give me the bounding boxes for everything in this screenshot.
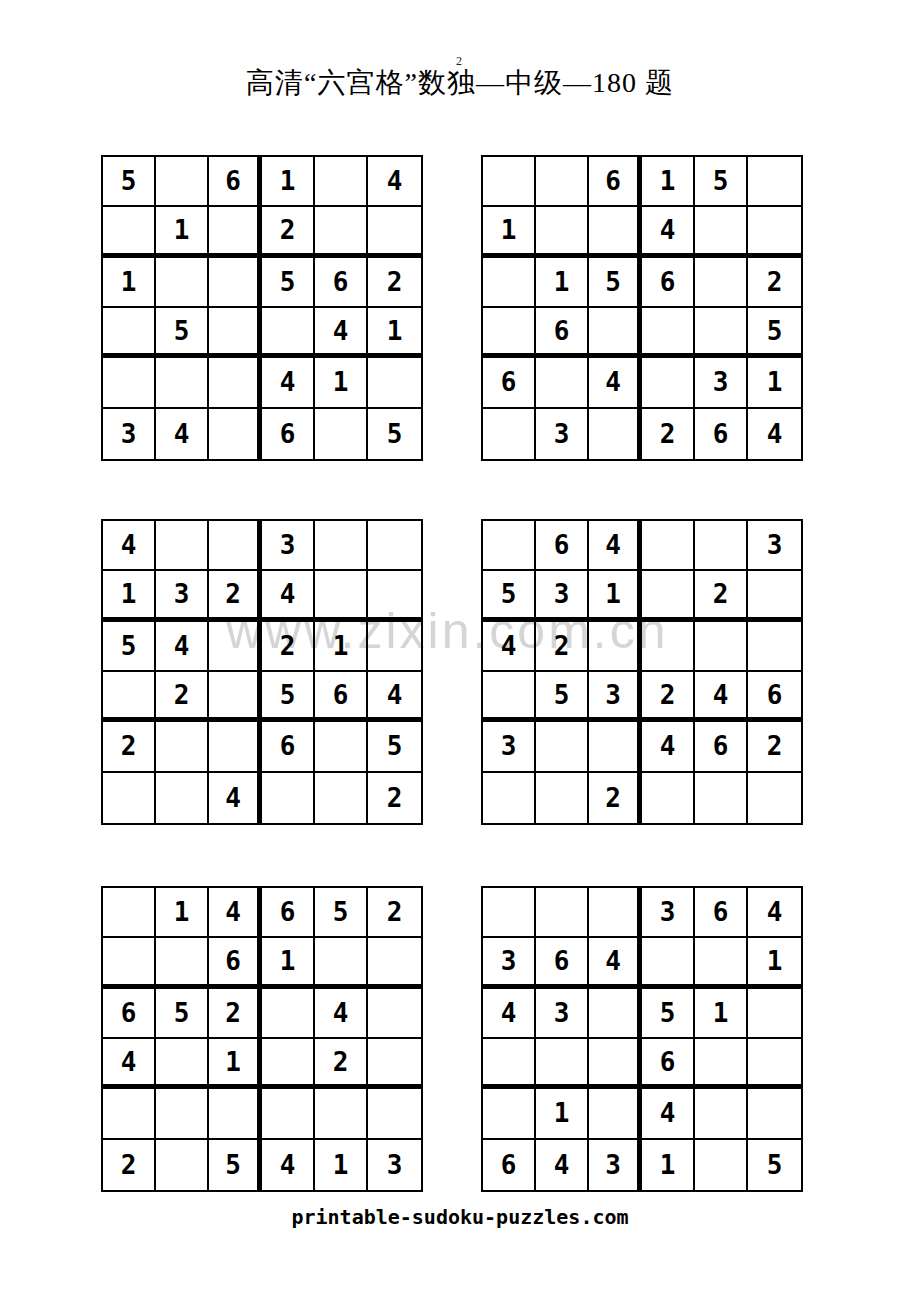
cell-r1c2 (536, 157, 589, 207)
given-digit: 1 (121, 269, 137, 295)
given-digit: 2 (174, 682, 190, 708)
cell-r6c5 (315, 409, 368, 459)
title-superscript-artifact: 2 (456, 54, 462, 69)
cell-r2c3 (209, 207, 262, 257)
cell-r6c4 (262, 773, 315, 823)
given-digit: 3 (660, 899, 676, 925)
cell-r2c2: 1 (156, 207, 209, 257)
cell-r4c3: 1 (209, 1039, 262, 1089)
cell-r5c2 (536, 358, 589, 408)
cell-r2c5 (315, 938, 368, 988)
cell-r5c2 (156, 1089, 209, 1139)
cell-r5c3: 4 (589, 358, 642, 408)
cell-r1c5: 5 (695, 157, 748, 207)
cell-r5c4 (642, 358, 695, 408)
cell-r5c5: 3 (695, 358, 748, 408)
cell-r6c6 (748, 773, 801, 823)
given-digit: 3 (501, 733, 517, 759)
given-digit: 2 (280, 217, 296, 243)
cell-r6c2: 3 (536, 409, 589, 459)
cell-r6c4: 4 (262, 1140, 315, 1190)
cell-r1c4: 1 (642, 157, 695, 207)
cell-r3c3: 2 (209, 989, 262, 1039)
cell-r5c5 (315, 1089, 368, 1139)
cell-r3c4 (262, 989, 315, 1039)
given-digit: 3 (501, 948, 517, 974)
cell-r5c1 (103, 358, 156, 408)
cell-r1c1 (483, 521, 536, 571)
given-digit: 1 (767, 369, 783, 395)
cell-r6c3: 5 (209, 1140, 262, 1190)
cell-r3c4 (642, 622, 695, 672)
given-digit: 5 (174, 1000, 190, 1026)
cell-r1c5 (315, 521, 368, 571)
cell-r6c4 (642, 773, 695, 823)
cell-r1c3: 6 (209, 157, 262, 207)
cell-r2c1: 5 (483, 571, 536, 621)
cell-r4c4 (262, 1039, 315, 1089)
sudoku-board-5: 1465261652441225413 (101, 886, 423, 1192)
cell-r4c4 (642, 308, 695, 358)
cell-r5c4: 4 (642, 1089, 695, 1139)
given-digit: 4 (174, 633, 190, 659)
cell-r2c2 (536, 207, 589, 257)
given-digit: 3 (767, 532, 783, 558)
cell-r4c3 (589, 308, 642, 358)
cell-r4c4: 5 (262, 672, 315, 722)
cell-r3c4: 5 (262, 258, 315, 308)
cell-r5c3 (589, 722, 642, 772)
given-digit: 2 (767, 269, 783, 295)
cell-r2c3 (589, 207, 642, 257)
page-title: 高清“六宫格”数独—中级—180 题 (0, 64, 920, 102)
cell-r2c2: 6 (536, 938, 589, 988)
sudoku-board-3: 4313245421256426542 (101, 519, 423, 825)
given-digit: 6 (280, 899, 296, 925)
cell-r6c5: 6 (695, 409, 748, 459)
cell-r1c2 (156, 157, 209, 207)
cell-r5c6: 2 (748, 722, 801, 772)
cell-r4c1 (483, 308, 536, 358)
cell-r1c6 (368, 521, 421, 571)
cell-r2c4: 4 (262, 571, 315, 621)
cell-r1c1: 4 (103, 521, 156, 571)
cell-r2c4: 4 (642, 207, 695, 257)
cell-r6c3: 3 (589, 1140, 642, 1190)
cell-r4c1: 4 (103, 1039, 156, 1089)
cell-r1c6 (748, 157, 801, 207)
sudoku-board-2: 6151415626564313264 (481, 155, 803, 461)
footer-site-name: printable-sudoku-puzzles.com (0, 1205, 920, 1229)
cell-r4c2 (156, 1039, 209, 1089)
cell-r4c1 (103, 308, 156, 358)
cell-r4c2 (536, 1039, 589, 1089)
cell-r6c5: 1 (315, 1140, 368, 1190)
cell-r1c2 (156, 521, 209, 571)
cell-r1c1 (103, 888, 156, 938)
cell-r2c1 (103, 938, 156, 988)
cell-r2c6 (368, 207, 421, 257)
cell-r3c5: 1 (695, 989, 748, 1039)
cell-r4c3: 3 (589, 672, 642, 722)
given-digit: 4 (767, 899, 783, 925)
cell-r3c2: 5 (156, 989, 209, 1039)
given-digit: 6 (225, 168, 241, 194)
given-digit: 4 (767, 421, 783, 447)
cell-r1c2: 1 (156, 888, 209, 938)
cell-r1c3: 4 (589, 521, 642, 571)
given-digit: 4 (280, 1152, 296, 1178)
cell-r3c2: 1 (536, 258, 589, 308)
cell-r6c1: 6 (483, 1140, 536, 1190)
cell-r3c1: 1 (103, 258, 156, 308)
cell-r3c2: 3 (536, 989, 589, 1039)
cell-r3c5: 6 (315, 258, 368, 308)
cell-r3c5 (695, 258, 748, 308)
cell-r5c3 (209, 358, 262, 408)
cell-r2c3: 6 (209, 938, 262, 988)
cell-r4c3 (209, 672, 262, 722)
cell-r5c3 (209, 722, 262, 772)
given-digit: 5 (333, 899, 349, 925)
cell-r4c5 (695, 308, 748, 358)
cell-r6c5 (695, 1140, 748, 1190)
given-digit: 1 (554, 269, 570, 295)
given-digit: 2 (333, 1049, 349, 1075)
cell-r1c4: 1 (262, 157, 315, 207)
given-digit: 5 (174, 318, 190, 344)
given-digit: 4 (501, 633, 517, 659)
cell-r6c2 (536, 773, 589, 823)
given-digit: 6 (554, 948, 570, 974)
cell-r6c2: 4 (156, 409, 209, 459)
cell-r4c6 (748, 1039, 801, 1089)
cell-r3c2: 4 (156, 622, 209, 672)
cell-r1c5 (315, 157, 368, 207)
cell-r4c6: 1 (368, 308, 421, 358)
cell-r1c4: 3 (262, 521, 315, 571)
given-digit: 6 (121, 1000, 137, 1026)
cell-r5c5: 6 (695, 722, 748, 772)
given-digit: 1 (174, 217, 190, 243)
cell-r3c4: 6 (642, 258, 695, 308)
cell-r5c1 (483, 1089, 536, 1139)
cell-r6c3: 2 (589, 773, 642, 823)
given-digit: 4 (660, 733, 676, 759)
cell-r5c4 (262, 1089, 315, 1139)
cell-r3c6 (748, 622, 801, 672)
cell-r3c6 (748, 989, 801, 1039)
cell-r3c1: 4 (483, 989, 536, 1039)
cell-r4c5: 6 (315, 672, 368, 722)
cell-r5c3 (589, 1089, 642, 1139)
given-digit: 5 (501, 581, 517, 607)
cell-r3c3 (589, 622, 642, 672)
cell-r4c5 (695, 1039, 748, 1089)
cell-r4c2: 5 (536, 672, 589, 722)
cell-r5c6 (748, 1089, 801, 1139)
given-digit: 5 (280, 682, 296, 708)
given-digit: 1 (387, 318, 403, 344)
given-digit: 2 (660, 682, 676, 708)
given-digit: 4 (605, 532, 621, 558)
given-digit: 5 (387, 733, 403, 759)
cell-r2c4 (642, 938, 695, 988)
cell-r2c5 (315, 571, 368, 621)
cell-r6c5 (315, 773, 368, 823)
cell-r2c4 (642, 571, 695, 621)
given-digit: 4 (121, 1049, 137, 1075)
given-digit: 5 (554, 682, 570, 708)
given-digit: 6 (501, 1152, 517, 1178)
cell-r5c3 (209, 1089, 262, 1139)
cell-r3c3: 5 (589, 258, 642, 308)
cell-r2c1: 1 (103, 571, 156, 621)
given-digit: 5 (605, 269, 621, 295)
given-digit: 5 (767, 318, 783, 344)
given-digit: 4 (225, 785, 241, 811)
cell-r3c3 (209, 258, 262, 308)
given-digit: 5 (121, 168, 137, 194)
given-digit: 3 (554, 581, 570, 607)
cell-r5c6 (368, 358, 421, 408)
cell-r1c2 (536, 888, 589, 938)
given-digit: 1 (333, 369, 349, 395)
cell-r2c3: 4 (589, 938, 642, 988)
cell-r5c6: 1 (748, 358, 801, 408)
sudoku-board-6: 3643641435161464315 (481, 886, 803, 1192)
cell-r6c4: 1 (642, 1140, 695, 1190)
given-digit: 2 (387, 899, 403, 925)
cell-r2c1: 3 (483, 938, 536, 988)
cell-r2c6 (368, 938, 421, 988)
given-digit: 2 (387, 785, 403, 811)
cell-r1c3 (209, 521, 262, 571)
given-digit: 6 (660, 269, 676, 295)
cell-r2c4: 2 (262, 207, 315, 257)
cell-r4c6: 5 (748, 308, 801, 358)
cell-r1c1: 5 (103, 157, 156, 207)
cell-r5c1: 6 (483, 358, 536, 408)
cell-r6c1: 2 (103, 1140, 156, 1190)
sudoku-board-1: 5614121562541413465 (101, 155, 423, 461)
given-digit: 4 (660, 1100, 676, 1126)
cell-r3c1: 6 (103, 989, 156, 1039)
cell-r1c6: 4 (748, 888, 801, 938)
given-digit: 1 (280, 168, 296, 194)
cell-r4c4 (262, 308, 315, 358)
given-digit: 3 (605, 682, 621, 708)
cell-r5c1 (103, 1089, 156, 1139)
cell-r1c6: 3 (748, 521, 801, 571)
given-digit: 6 (767, 682, 783, 708)
cell-r3c3 (209, 622, 262, 672)
cell-r6c1 (483, 773, 536, 823)
cell-r4c3 (209, 308, 262, 358)
cell-r6c2: 4 (536, 1140, 589, 1190)
cell-r6c6: 5 (748, 1140, 801, 1190)
given-digit: 4 (713, 682, 729, 708)
given-digit: 4 (280, 369, 296, 395)
given-digit: 6 (554, 532, 570, 558)
given-digit: 6 (713, 421, 729, 447)
sudoku-board-4: 6435312425324634622 (481, 519, 803, 825)
given-digit: 6 (333, 682, 349, 708)
given-digit: 6 (225, 948, 241, 974)
given-digit: 6 (660, 1049, 676, 1075)
given-digit: 4 (605, 369, 621, 395)
cell-r1c3: 4 (209, 888, 262, 938)
given-digit: 4 (121, 532, 137, 558)
cell-r3c6: 2 (748, 258, 801, 308)
cell-r3c5 (695, 622, 748, 672)
given-digit: 3 (121, 421, 137, 447)
cell-r3c6 (368, 989, 421, 1039)
cell-r4c2: 6 (536, 308, 589, 358)
cell-r3c6: 2 (368, 258, 421, 308)
cell-r3c3 (589, 989, 642, 1039)
given-digit: 5 (767, 1152, 783, 1178)
cell-r1c3: 6 (589, 157, 642, 207)
cell-r3c1: 4 (483, 622, 536, 672)
cell-r2c3: 2 (209, 571, 262, 621)
given-digit: 1 (554, 1100, 570, 1126)
given-digit: 4 (387, 682, 403, 708)
given-digit: 1 (121, 581, 137, 607)
cell-r4c1 (103, 672, 156, 722)
cell-r3c1 (483, 258, 536, 308)
cell-r3c4: 2 (262, 622, 315, 672)
given-digit: 6 (554, 318, 570, 344)
cell-r2c6 (748, 571, 801, 621)
cell-r5c2: 1 (536, 1089, 589, 1139)
cell-r6c4: 2 (642, 409, 695, 459)
cell-r2c5: 2 (695, 571, 748, 621)
cell-r6c4: 6 (262, 409, 315, 459)
given-digit: 4 (333, 1000, 349, 1026)
cell-r4c4: 2 (642, 672, 695, 722)
cell-r1c4: 6 (262, 888, 315, 938)
given-digit: 4 (387, 168, 403, 194)
given-digit: 1 (333, 1152, 349, 1178)
given-digit: 1 (713, 1000, 729, 1026)
cell-r5c4: 4 (262, 358, 315, 408)
cell-r6c3 (589, 409, 642, 459)
cell-r2c2: 3 (156, 571, 209, 621)
cell-r6c1 (103, 773, 156, 823)
cell-r4c6: 4 (368, 672, 421, 722)
cell-r2c6 (368, 571, 421, 621)
cell-r4c4: 6 (642, 1039, 695, 1089)
cell-r3c2 (156, 258, 209, 308)
given-digit: 5 (660, 1000, 676, 1026)
given-digit: 4 (660, 217, 676, 243)
given-digit: 3 (713, 369, 729, 395)
cell-r5c2 (156, 358, 209, 408)
given-digit: 2 (387, 269, 403, 295)
sudoku-sheet: 高清“六宫格”数独—中级—180 题 2 www.zixin.com.cn 56… (0, 0, 920, 1302)
cell-r5c6: 5 (368, 722, 421, 772)
cell-r4c2: 5 (156, 308, 209, 358)
cell-r2c6: 1 (748, 938, 801, 988)
given-digit: 6 (280, 421, 296, 447)
cell-r1c5 (695, 521, 748, 571)
cell-r6c6: 5 (368, 409, 421, 459)
given-digit: 1 (660, 1152, 676, 1178)
given-digit: 2 (713, 581, 729, 607)
given-digit: 6 (501, 369, 517, 395)
cell-r1c5: 6 (695, 888, 748, 938)
cell-r4c5: 4 (695, 672, 748, 722)
given-digit: 3 (174, 581, 190, 607)
cell-r1c6: 2 (368, 888, 421, 938)
cell-r3c1: 5 (103, 622, 156, 672)
given-digit: 6 (333, 269, 349, 295)
cell-r3c4: 5 (642, 989, 695, 1039)
cell-r4c5: 4 (315, 308, 368, 358)
given-digit: 2 (225, 581, 241, 607)
given-digit: 2 (280, 633, 296, 659)
cell-r5c4: 4 (642, 722, 695, 772)
given-digit: 1 (660, 168, 676, 194)
cell-r5c2 (156, 722, 209, 772)
cell-r5c6 (368, 1089, 421, 1139)
cell-r1c3 (589, 888, 642, 938)
cell-r2c4: 1 (262, 938, 315, 988)
cell-r6c6: 4 (748, 409, 801, 459)
given-digit: 1 (174, 899, 190, 925)
given-digit: 3 (605, 1152, 621, 1178)
cell-r2c1 (103, 207, 156, 257)
cell-r6c6: 2 (368, 773, 421, 823)
given-digit: 6 (605, 168, 621, 194)
cell-r2c3: 1 (589, 571, 642, 621)
cell-r6c2 (156, 1140, 209, 1190)
cell-r6c3: 4 (209, 773, 262, 823)
cell-r4c5: 2 (315, 1039, 368, 1089)
cell-r3c6 (368, 622, 421, 672)
cell-r1c1 (483, 888, 536, 938)
cell-r4c1 (483, 1039, 536, 1089)
cell-r6c1: 3 (103, 409, 156, 459)
cell-r3c5: 4 (315, 989, 368, 1039)
cell-r2c5 (315, 207, 368, 257)
cell-r2c5 (695, 938, 748, 988)
given-digit: 1 (333, 633, 349, 659)
given-digit: 3 (280, 532, 296, 558)
given-digit: 3 (554, 1000, 570, 1026)
given-digit: 1 (605, 581, 621, 607)
cell-r6c5 (695, 773, 748, 823)
cell-r1c4: 3 (642, 888, 695, 938)
cell-r5c5: 1 (315, 358, 368, 408)
cell-r5c1: 2 (103, 722, 156, 772)
cell-r5c5 (315, 722, 368, 772)
given-digit: 2 (121, 733, 137, 759)
given-digit: 1 (501, 217, 517, 243)
cell-r4c6: 6 (748, 672, 801, 722)
cell-r2c2: 3 (536, 571, 589, 621)
cell-r4c6 (368, 1039, 421, 1089)
given-digit: 1 (280, 948, 296, 974)
given-digit: 2 (554, 633, 570, 659)
cell-r6c6: 3 (368, 1140, 421, 1190)
given-digit: 2 (660, 421, 676, 447)
cell-r6c1 (483, 409, 536, 459)
given-digit: 5 (225, 1152, 241, 1178)
cell-r2c5 (695, 207, 748, 257)
given-digit: 2 (767, 733, 783, 759)
